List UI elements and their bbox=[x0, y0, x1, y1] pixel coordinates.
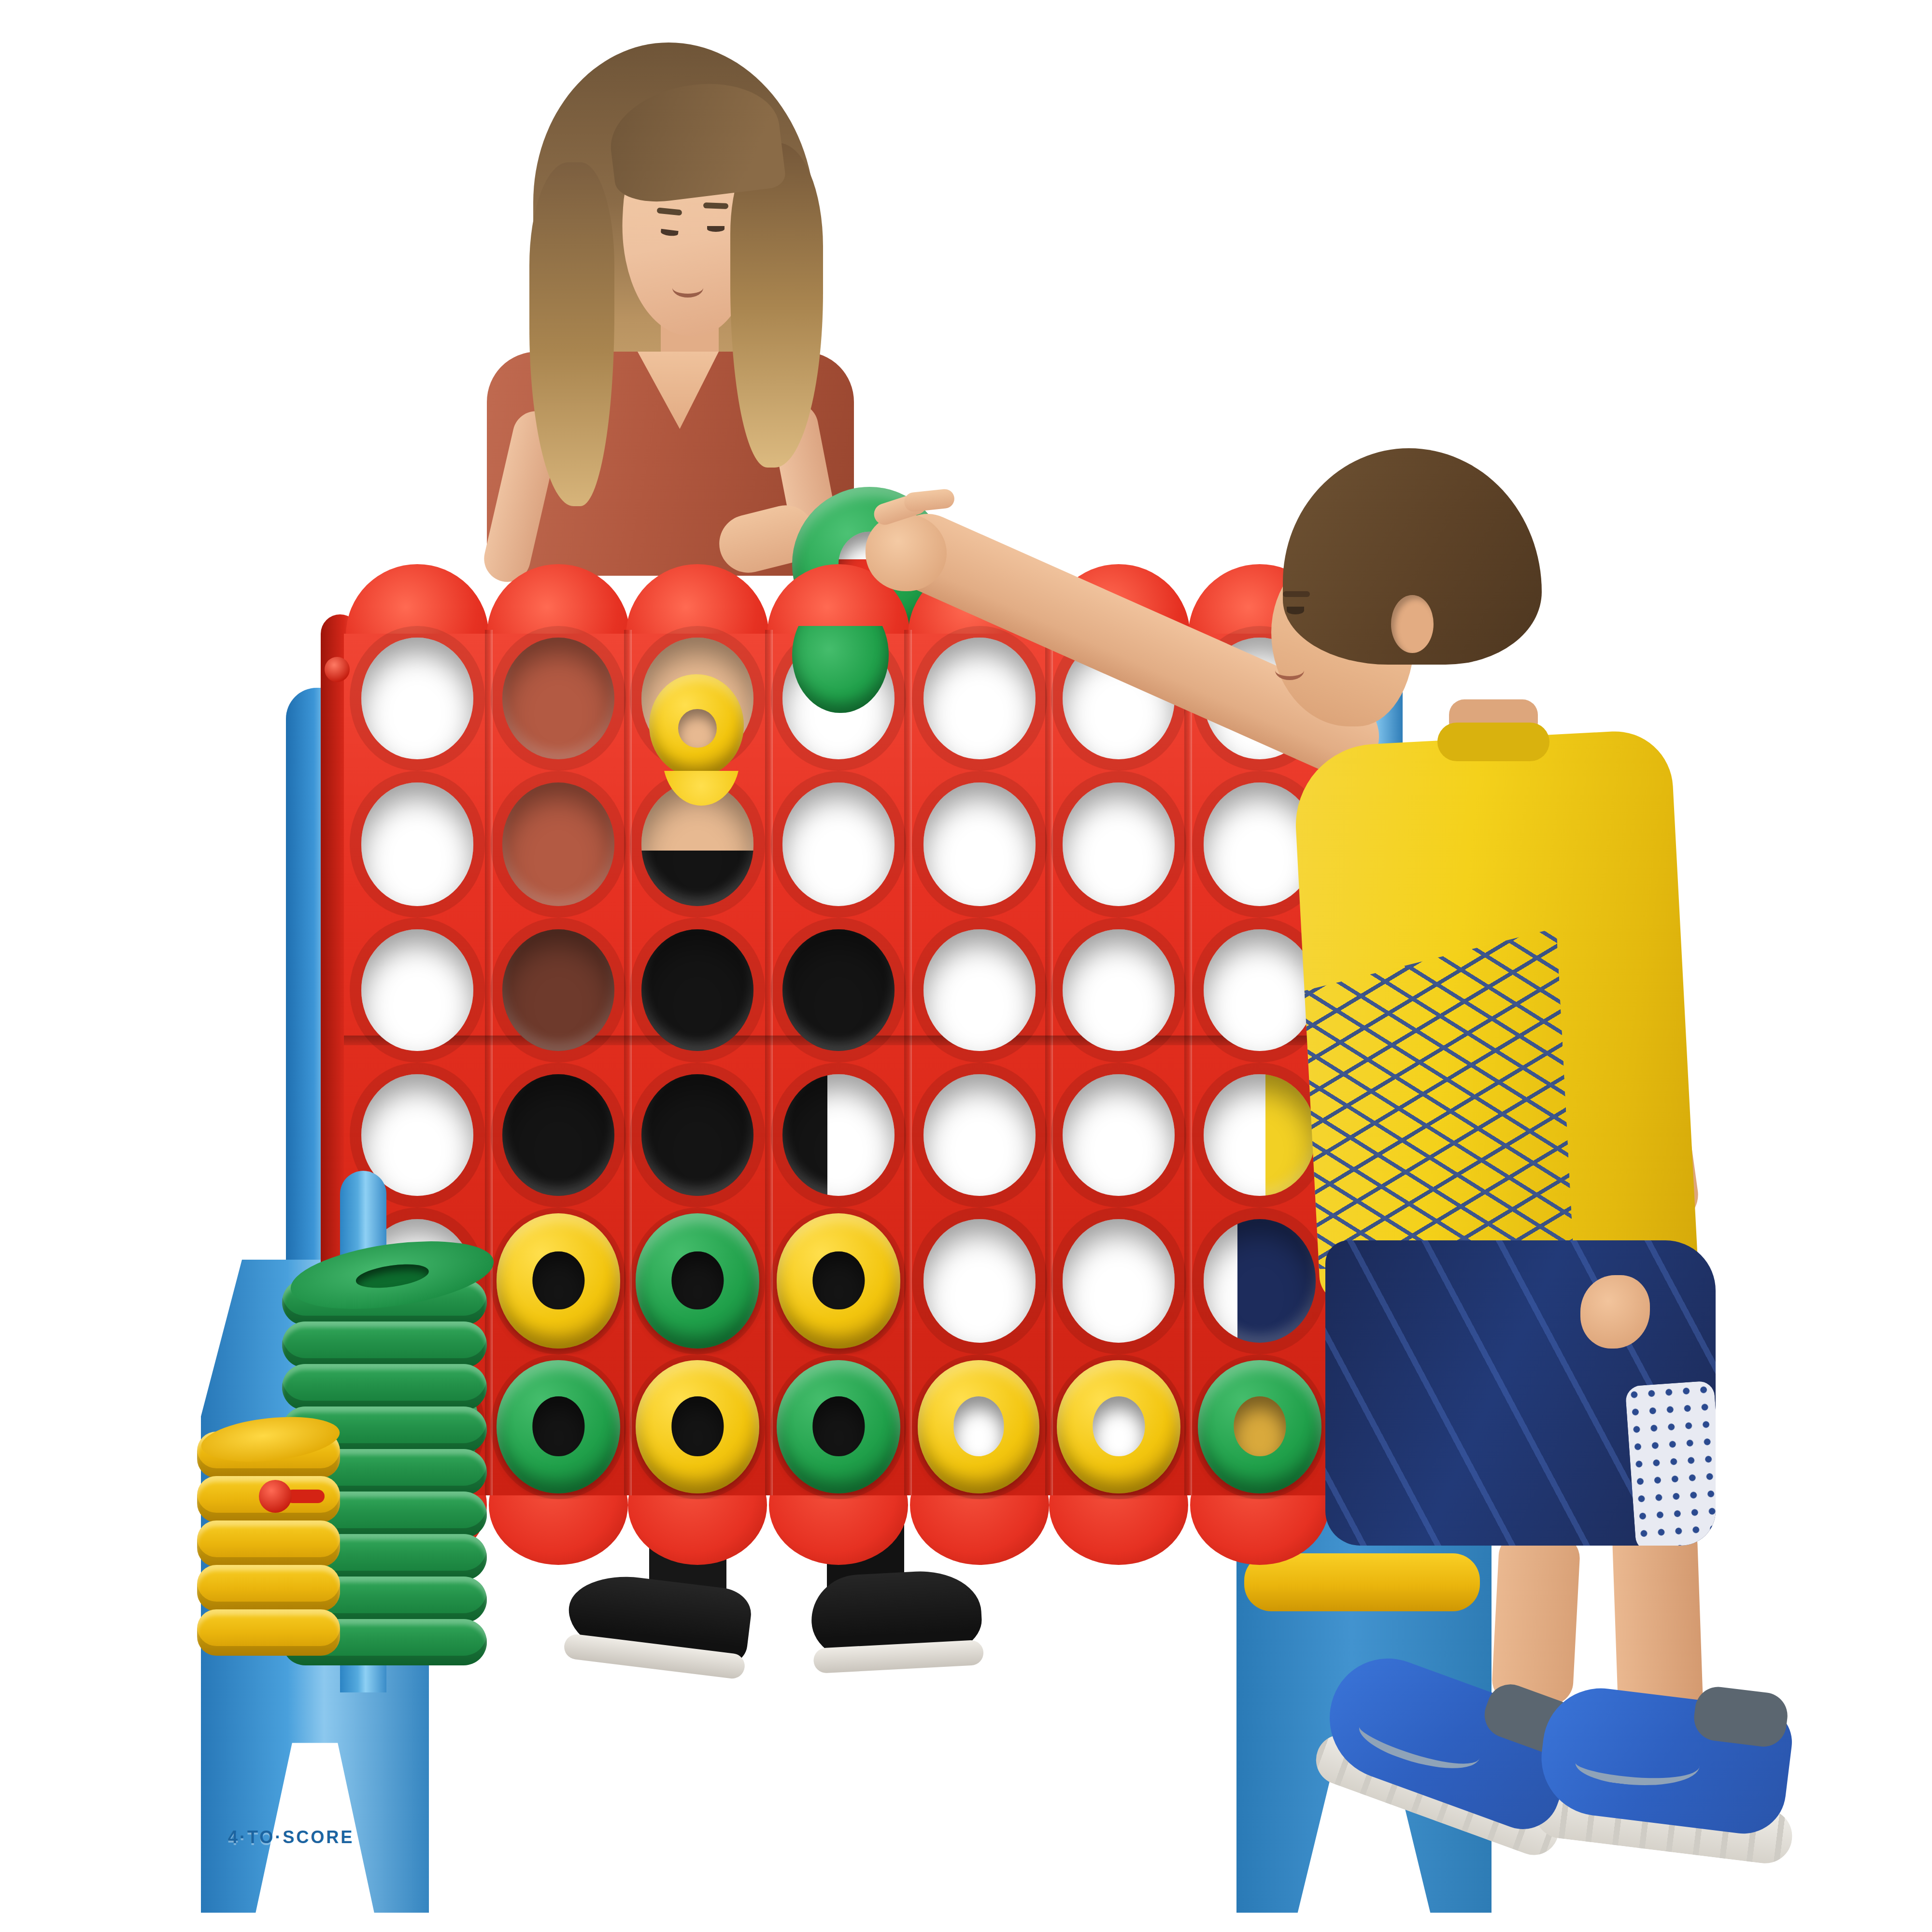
yellow-disc-r6c3[interactable] bbox=[637, 1360, 760, 1493]
cell-r5c5[interactable] bbox=[909, 1208, 1049, 1353]
disc-center-hole bbox=[1233, 1397, 1285, 1456]
woman-shoe-sole-right bbox=[813, 1640, 984, 1674]
boy-head bbox=[1271, 448, 1542, 734]
cell-r6c2[interactable] bbox=[488, 1354, 628, 1499]
boy-shirt bbox=[1292, 728, 1699, 1304]
board-hole bbox=[642, 1074, 754, 1196]
boy-eyebrow bbox=[1283, 591, 1310, 597]
boy-eye bbox=[1287, 607, 1304, 614]
disc-center-hole bbox=[812, 1251, 864, 1310]
board-hole bbox=[362, 638, 474, 760]
board-hole bbox=[782, 638, 895, 760]
board-hole bbox=[502, 638, 614, 760]
woman-shoe-right bbox=[809, 1568, 983, 1666]
woman-smile bbox=[672, 278, 703, 298]
cell-r3c6[interactable] bbox=[1049, 917, 1189, 1063]
cell-r5c6[interactable] bbox=[1049, 1208, 1189, 1353]
stored-yellow-disc[interactable] bbox=[197, 1609, 340, 1656]
cell-r4c4[interactable] bbox=[768, 1063, 909, 1208]
board-hole bbox=[362, 929, 474, 1051]
board-hole bbox=[642, 638, 754, 760]
cell-r4c2[interactable] bbox=[488, 1063, 628, 1208]
woman-shoe-sole-left bbox=[563, 1633, 746, 1680]
yellow-disc-r6c5[interactable] bbox=[917, 1360, 1040, 1493]
cell-r5c7[interactable] bbox=[1189, 1208, 1329, 1353]
red-pin-stem bbox=[286, 1490, 325, 1503]
boy-shoe-logo bbox=[1574, 1736, 1702, 1793]
cell-r1c5[interactable] bbox=[909, 626, 1049, 771]
board-hole bbox=[502, 1074, 614, 1196]
scene: 4·TO·SCORE bbox=[0, 0, 1932, 1932]
disc-center-hole bbox=[532, 1397, 584, 1456]
boy-shorts-side-panel bbox=[1625, 1380, 1716, 1546]
green-stack-top-hole bbox=[355, 1260, 430, 1291]
disc-center-hole bbox=[532, 1251, 584, 1310]
cell-r2c6[interactable] bbox=[1049, 771, 1189, 917]
boy-shirt-collar bbox=[1437, 723, 1549, 761]
board-hole bbox=[923, 1074, 1035, 1196]
cell-r3c2[interactable] bbox=[488, 917, 628, 1063]
board-hole bbox=[642, 783, 754, 905]
disc-center-hole bbox=[953, 1397, 1005, 1456]
red-locking-pin[interactable] bbox=[259, 1480, 292, 1513]
cell-r2c2[interactable] bbox=[488, 771, 628, 917]
cell-r5c4[interactable] bbox=[768, 1208, 909, 1353]
cell-r3c3[interactable] bbox=[628, 917, 768, 1063]
yellow-disc-r6c6[interactable] bbox=[1057, 1360, 1180, 1493]
yellow-disc-r5c4[interactable] bbox=[777, 1214, 900, 1348]
boy-shoe-collar bbox=[1691, 1684, 1790, 1749]
stored-green-disc[interactable] bbox=[282, 1364, 487, 1410]
board-left-pin bbox=[325, 657, 350, 682]
cell-r2c3[interactable] bbox=[628, 771, 768, 917]
board-hole bbox=[923, 1220, 1035, 1342]
cell-r1c2[interactable] bbox=[488, 626, 628, 771]
board-hole bbox=[362, 783, 474, 905]
board-hole bbox=[502, 929, 614, 1051]
cell-r3c4[interactable] bbox=[768, 917, 909, 1063]
woman-eyebrow-right bbox=[703, 202, 728, 209]
boy-hand-on-disc bbox=[866, 514, 947, 591]
green-disc-r6c2[interactable] bbox=[497, 1360, 620, 1493]
board-hole bbox=[923, 638, 1035, 760]
woman-fingers-through-hole bbox=[678, 709, 716, 748]
cell-r3c5[interactable] bbox=[909, 917, 1049, 1063]
cell-r4c6[interactable] bbox=[1049, 1063, 1189, 1208]
board-hole bbox=[1203, 929, 1315, 1051]
board-hole bbox=[782, 783, 895, 905]
green-disc-r6c7[interactable] bbox=[1197, 1360, 1321, 1493]
board-hole bbox=[1063, 1074, 1175, 1196]
woman-hair-strand-left bbox=[529, 162, 614, 506]
cell-r4c3[interactable] bbox=[628, 1063, 768, 1208]
boy-shoe-logo bbox=[1354, 1701, 1485, 1783]
boy-shorts bbox=[1325, 1240, 1716, 1546]
cell-r6c7[interactable] bbox=[1189, 1354, 1329, 1499]
boy-leg-left bbox=[1491, 1532, 1581, 1706]
board-hole bbox=[782, 929, 895, 1051]
board-grid bbox=[348, 626, 1329, 1499]
disc-center-hole bbox=[812, 1397, 864, 1456]
stored-yellow-disc[interactable] bbox=[197, 1520, 340, 1567]
cell-r1c4[interactable] bbox=[768, 626, 909, 771]
cell-r4c5[interactable] bbox=[909, 1063, 1049, 1208]
board-hole bbox=[1063, 783, 1175, 905]
cell-r2c5[interactable] bbox=[909, 771, 1049, 917]
cell-r6c3[interactable] bbox=[628, 1354, 768, 1499]
boy-ear bbox=[1391, 595, 1434, 653]
cell-r3c1[interactable] bbox=[348, 917, 488, 1063]
board-hole bbox=[502, 783, 614, 905]
boy-shirt-graphic bbox=[1292, 928, 1574, 1270]
board-hole bbox=[1203, 1074, 1315, 1196]
yellow-disc-storage-stack bbox=[197, 1434, 340, 1656]
leg-embossed-text: 4·TO·SCORE bbox=[228, 1828, 402, 1847]
disc-center-hole bbox=[1093, 1397, 1145, 1456]
boy-finger bbox=[903, 488, 955, 513]
woman-eye-right bbox=[707, 226, 724, 232]
cell-r1c3[interactable] bbox=[628, 626, 768, 771]
cell-r6c6[interactable] bbox=[1049, 1354, 1189, 1499]
green-disc-r5c3[interactable] bbox=[637, 1214, 760, 1348]
disc-center-hole bbox=[672, 1251, 724, 1310]
cell-r2c4[interactable] bbox=[768, 771, 909, 917]
cell-r1c1[interactable] bbox=[348, 626, 488, 771]
cell-r6c4[interactable] bbox=[768, 1354, 909, 1499]
board-hole bbox=[1063, 1220, 1175, 1342]
board-hole bbox=[1203, 1220, 1315, 1342]
stored-green-disc[interactable] bbox=[282, 1321, 487, 1368]
board-hole bbox=[1063, 929, 1175, 1051]
disc-center-hole bbox=[672, 1397, 724, 1456]
board-hole bbox=[642, 929, 754, 1051]
green-disc-entering-column4 bbox=[791, 626, 888, 713]
cell-r4c7[interactable] bbox=[1189, 1063, 1329, 1208]
cell-r2c1[interactable] bbox=[348, 771, 488, 917]
yellow-disc-r5c2[interactable] bbox=[497, 1214, 620, 1348]
green-disc-r6c4[interactable] bbox=[777, 1360, 900, 1493]
cell-r5c2[interactable] bbox=[488, 1208, 628, 1353]
yellow-disc-sliver bbox=[662, 771, 741, 805]
boy-smile bbox=[1275, 661, 1304, 680]
stored-yellow-disc[interactable] bbox=[197, 1565, 340, 1611]
board-hole bbox=[782, 1074, 895, 1196]
cell-r5c3[interactable] bbox=[628, 1208, 768, 1353]
cell-r6c5[interactable] bbox=[909, 1354, 1049, 1499]
board-hole bbox=[923, 783, 1035, 905]
board-hole bbox=[923, 929, 1035, 1051]
